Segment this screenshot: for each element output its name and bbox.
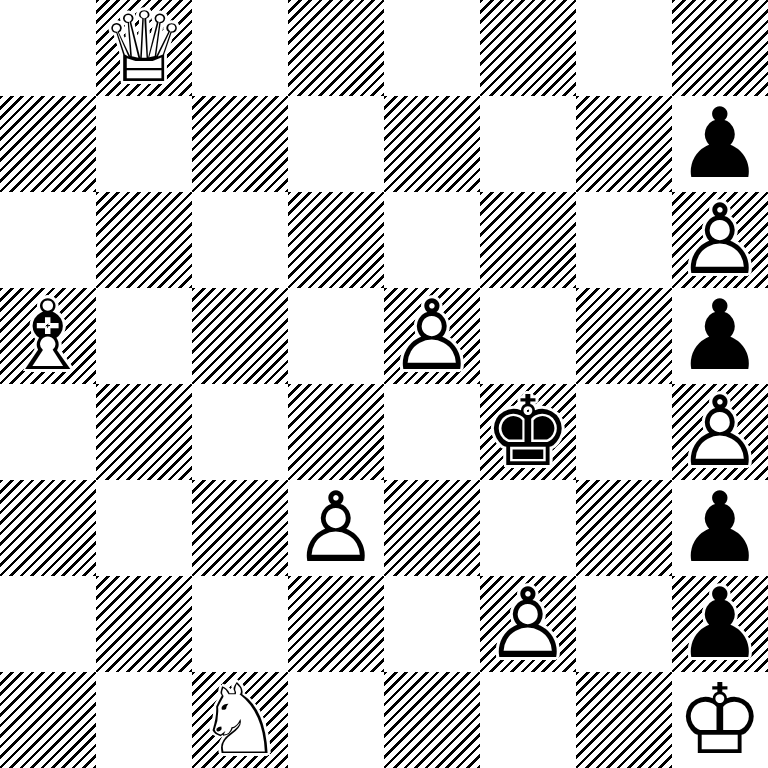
square-g2[interactable] <box>576 576 672 672</box>
square-h2[interactable]: ♟♟ <box>672 576 768 672</box>
square-c1[interactable]: ♞♘ <box>192 672 288 768</box>
square-f1[interactable] <box>480 672 576 768</box>
black-pawn-piece[interactable]: ♟♟ <box>672 96 768 192</box>
white-knight-icon: ♘ <box>192 672 288 768</box>
square-e5[interactable]: ♟♙ <box>384 288 480 384</box>
square-b4[interactable] <box>96 384 192 480</box>
white-pawn-icon: ♙ <box>384 288 480 384</box>
square-d7[interactable] <box>288 96 384 192</box>
square-b7[interactable] <box>96 96 192 192</box>
white-bishop-piece[interactable]: ♝♗ <box>0 288 96 384</box>
white-pawn-piece[interactable]: ♟♙ <box>672 384 768 480</box>
square-b3[interactable] <box>96 480 192 576</box>
white-bishop-icon: ♗ <box>0 288 96 384</box>
square-f6[interactable] <box>480 192 576 288</box>
white-pawn-piece[interactable]: ♟♙ <box>288 480 384 576</box>
square-f4[interactable]: ♚♚ <box>480 384 576 480</box>
square-c4[interactable] <box>192 384 288 480</box>
square-h8[interactable] <box>672 0 768 96</box>
square-h6[interactable]: ♟♙ <box>672 192 768 288</box>
white-queen-piece[interactable]: ♛♕ <box>96 0 192 96</box>
square-g5[interactable] <box>576 288 672 384</box>
black-pawn-icon: ♟ <box>672 96 768 192</box>
square-g7[interactable] <box>576 96 672 192</box>
white-pawn-icon: ♙ <box>288 480 384 576</box>
square-e4[interactable] <box>384 384 480 480</box>
square-d1[interactable] <box>288 672 384 768</box>
square-a5[interactable]: ♝♗ <box>0 288 96 384</box>
square-e6[interactable] <box>384 192 480 288</box>
square-h1[interactable]: ♚♔ <box>672 672 768 768</box>
square-h5[interactable]: ♟♟ <box>672 288 768 384</box>
square-c6[interactable] <box>192 192 288 288</box>
square-c3[interactable] <box>192 480 288 576</box>
black-pawn-icon: ♟ <box>672 576 768 672</box>
black-pawn-piece[interactable]: ♟♟ <box>672 480 768 576</box>
square-a4[interactable] <box>0 384 96 480</box>
square-d4[interactable] <box>288 384 384 480</box>
square-e8[interactable] <box>384 0 480 96</box>
white-pawn-piece[interactable]: ♟♙ <box>480 576 576 672</box>
black-pawn-icon: ♟ <box>672 288 768 384</box>
square-g4[interactable] <box>576 384 672 480</box>
white-pawn-piece[interactable]: ♟♙ <box>672 192 768 288</box>
square-e7[interactable] <box>384 96 480 192</box>
white-pawn-icon: ♙ <box>480 576 576 672</box>
square-f2[interactable]: ♟♙ <box>480 576 576 672</box>
white-pawn-icon: ♙ <box>672 384 768 480</box>
square-b2[interactable] <box>96 576 192 672</box>
white-king-icon: ♔ <box>672 672 768 768</box>
square-b6[interactable] <box>96 192 192 288</box>
square-f3[interactable] <box>480 480 576 576</box>
square-c2[interactable] <box>192 576 288 672</box>
square-g3[interactable] <box>576 480 672 576</box>
square-b1[interactable] <box>96 672 192 768</box>
square-d8[interactable] <box>288 0 384 96</box>
square-h3[interactable]: ♟♟ <box>672 480 768 576</box>
square-a3[interactable] <box>0 480 96 576</box>
square-e3[interactable] <box>384 480 480 576</box>
square-e1[interactable] <box>384 672 480 768</box>
chess-board: ♛♕♟♟♟♙♝♗♟♙♟♟♚♚♟♙♟♙♟♟♟♙♟♟♞♘♚♔ <box>0 0 768 768</box>
white-queen-icon: ♕ <box>96 0 192 96</box>
square-d5[interactable] <box>288 288 384 384</box>
square-c5[interactable] <box>192 288 288 384</box>
white-pawn-piece[interactable]: ♟♙ <box>384 288 480 384</box>
white-knight-piece[interactable]: ♞♘ <box>192 672 288 768</box>
square-g6[interactable] <box>576 192 672 288</box>
square-c7[interactable] <box>192 96 288 192</box>
square-a8[interactable] <box>0 0 96 96</box>
square-d6[interactable] <box>288 192 384 288</box>
square-a2[interactable] <box>0 576 96 672</box>
square-g8[interactable] <box>576 0 672 96</box>
square-a6[interactable] <box>0 192 96 288</box>
square-f5[interactable] <box>480 288 576 384</box>
white-king-piece[interactable]: ♚♔ <box>672 672 768 768</box>
black-pawn-icon: ♟ <box>672 480 768 576</box>
square-d3[interactable]: ♟♙ <box>288 480 384 576</box>
square-h4[interactable]: ♟♙ <box>672 384 768 480</box>
square-d2[interactable] <box>288 576 384 672</box>
square-b8[interactable]: ♛♕ <box>96 0 192 96</box>
black-king-icon: ♚ <box>480 384 576 480</box>
square-g1[interactable] <box>576 672 672 768</box>
black-king-piece[interactable]: ♚♚ <box>480 384 576 480</box>
square-a1[interactable] <box>0 672 96 768</box>
square-c8[interactable] <box>192 0 288 96</box>
square-e2[interactable] <box>384 576 480 672</box>
square-a7[interactable] <box>0 96 96 192</box>
black-pawn-piece[interactable]: ♟♟ <box>672 576 768 672</box>
white-pawn-icon: ♙ <box>672 192 768 288</box>
square-h7[interactable]: ♟♟ <box>672 96 768 192</box>
black-pawn-piece[interactable]: ♟♟ <box>672 288 768 384</box>
square-f8[interactable] <box>480 0 576 96</box>
square-f7[interactable] <box>480 96 576 192</box>
square-b5[interactable] <box>96 288 192 384</box>
